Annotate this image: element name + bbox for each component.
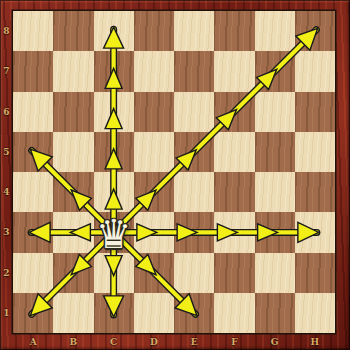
rank-label-5: 5 bbox=[3, 147, 9, 156]
arrow-head-N-c4 bbox=[105, 189, 122, 209]
rank-label-7: 7 bbox=[3, 67, 9, 76]
arrow-head-S-c1 bbox=[104, 296, 124, 317]
arrow-head-E-e3 bbox=[177, 224, 197, 241]
rank-label-1: 1 bbox=[3, 308, 9, 317]
rank-label-8: 8 bbox=[3, 27, 9, 36]
chess-diagram: ♛ 12345678 ABCDEFGH bbox=[0, 0, 350, 350]
arrow-head-E-f3 bbox=[217, 224, 237, 241]
white-queen[interactable]: ♛ bbox=[90, 210, 138, 258]
arrow-head-W-a3 bbox=[29, 222, 50, 242]
arrow-head-N-c6 bbox=[105, 109, 122, 129]
file-label-b: B bbox=[70, 337, 78, 346]
arrow-head-E-d3 bbox=[137, 224, 157, 241]
arrow-head-S-c2 bbox=[105, 256, 122, 276]
file-label-g: G bbox=[271, 337, 279, 346]
board-frame: ♛ 12345678 ABCDEFGH bbox=[0, 0, 350, 350]
rank-label-6: 6 bbox=[3, 107, 9, 116]
rank-label-3: 3 bbox=[3, 228, 9, 237]
arrow-head-N-c8 bbox=[104, 27, 124, 48]
file-label-h: H bbox=[311, 337, 320, 346]
arrow-head-E-h3 bbox=[298, 222, 319, 242]
file-label-e: E bbox=[191, 337, 198, 346]
arrow-head-N-c5 bbox=[105, 149, 122, 169]
arrow-head-W-b3 bbox=[70, 224, 90, 241]
arrow-head-N-c7 bbox=[105, 68, 122, 88]
move-arrows bbox=[13, 11, 335, 333]
file-label-f: F bbox=[231, 337, 237, 346]
file-label-d: D bbox=[150, 337, 158, 346]
file-label-c: C bbox=[110, 337, 117, 346]
rank-label-2: 2 bbox=[3, 268, 9, 277]
arrow-head-E-g3 bbox=[258, 224, 278, 241]
file-label-a: A bbox=[30, 337, 37, 346]
rank-label-4: 4 bbox=[3, 188, 9, 197]
